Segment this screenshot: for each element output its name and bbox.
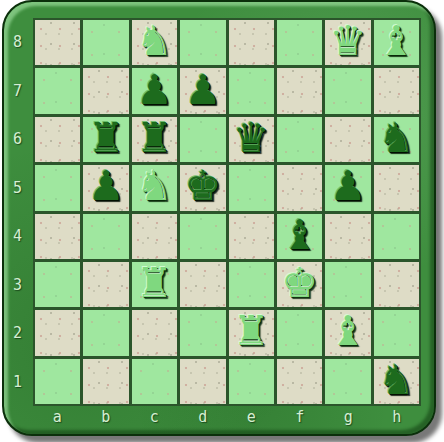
square-e3[interactable]	[229, 262, 274, 307]
square-c5[interactable]: ♞	[132, 165, 177, 210]
square-g8[interactable]: ♛	[325, 20, 370, 65]
black-king[interactable]: ♚	[184, 166, 221, 207]
square-d5[interactable]: ♚	[180, 165, 225, 210]
square-h8[interactable]: ♝	[374, 20, 419, 65]
square-c6[interactable]: ♜	[132, 117, 177, 162]
board: ♞♛♝♟♟♜♜♛♞♟♞♚♟♝♜♚♜♝♞	[33, 18, 421, 406]
square-f3[interactable]: ♚	[277, 262, 322, 307]
black-knight[interactable]: ♞	[378, 118, 415, 159]
rank-label-5: 5	[3, 164, 32, 213]
square-a8[interactable]	[35, 20, 80, 65]
square-c1[interactable]	[132, 359, 177, 404]
square-b4[interactable]	[83, 214, 128, 259]
black-rook[interactable]: ♜	[88, 118, 125, 159]
rank-label-8: 8	[3, 18, 32, 67]
square-b5[interactable]: ♟	[83, 165, 128, 210]
file-label-b: b	[82, 403, 131, 431]
chess-app: 87654321 ♞♛♝♟♟♜♜♛♞♟♞♚♟♝♜♚♜♝♞ abcdefgh	[0, 0, 444, 442]
square-e5[interactable]	[229, 165, 274, 210]
rank-labels: 87654321	[3, 18, 32, 406]
black-pawn[interactable]: ♟	[330, 166, 367, 207]
square-a7[interactable]	[35, 68, 80, 113]
rank-label-4: 4	[3, 212, 32, 261]
square-f2[interactable]	[277, 310, 322, 355]
square-g1[interactable]	[325, 359, 370, 404]
square-g4[interactable]	[325, 214, 370, 259]
square-b8[interactable]	[83, 20, 128, 65]
square-f8[interactable]	[277, 20, 322, 65]
square-f6[interactable]	[277, 117, 322, 162]
square-h5[interactable]	[374, 165, 419, 210]
square-e4[interactable]	[229, 214, 274, 259]
square-h3[interactable]	[374, 262, 419, 307]
square-a4[interactable]	[35, 214, 80, 259]
square-b3[interactable]	[83, 262, 128, 307]
square-e7[interactable]	[229, 68, 274, 113]
square-g6[interactable]	[325, 117, 370, 162]
white-rook[interactable]: ♜	[233, 311, 270, 352]
square-f5[interactable]	[277, 165, 322, 210]
black-pawn[interactable]: ♟	[136, 70, 173, 111]
square-a3[interactable]	[35, 262, 80, 307]
black-rook[interactable]: ♜	[136, 118, 173, 159]
square-h2[interactable]	[374, 310, 419, 355]
white-bishop[interactable]: ♝	[378, 21, 415, 62]
square-d2[interactable]	[180, 310, 225, 355]
white-king[interactable]: ♚	[281, 263, 318, 304]
file-label-f: f	[276, 403, 325, 431]
rank-label-6: 6	[3, 115, 32, 164]
square-e2[interactable]: ♜	[229, 310, 274, 355]
square-e6[interactable]: ♛	[229, 117, 274, 162]
file-labels: abcdefgh	[33, 403, 421, 431]
black-queen[interactable]: ♛	[233, 118, 270, 159]
square-d4[interactable]	[180, 214, 225, 259]
rank-label-2: 2	[3, 309, 32, 358]
black-pawn[interactable]: ♟	[88, 166, 125, 207]
square-a5[interactable]	[35, 165, 80, 210]
square-f4[interactable]: ♝	[277, 214, 322, 259]
square-c3[interactable]: ♜	[132, 262, 177, 307]
square-d7[interactable]: ♟	[180, 68, 225, 113]
square-c2[interactable]	[132, 310, 177, 355]
rank-label-7: 7	[3, 67, 32, 116]
black-pawn[interactable]: ♟	[184, 70, 221, 111]
white-bishop[interactable]: ♝	[330, 311, 367, 352]
square-f7[interactable]	[277, 68, 322, 113]
square-d6[interactable]	[180, 117, 225, 162]
square-d1[interactable]	[180, 359, 225, 404]
file-label-g: g	[324, 403, 373, 431]
square-h6[interactable]: ♞	[374, 117, 419, 162]
square-h7[interactable]	[374, 68, 419, 113]
square-g3[interactable]	[325, 262, 370, 307]
square-b7[interactable]	[83, 68, 128, 113]
black-bishop[interactable]: ♝	[281, 215, 318, 256]
white-rook[interactable]: ♜	[136, 263, 173, 304]
square-f1[interactable]	[277, 359, 322, 404]
file-label-e: e	[227, 403, 276, 431]
square-g7[interactable]	[325, 68, 370, 113]
white-queen[interactable]: ♛	[330, 21, 367, 62]
file-label-c: c	[130, 403, 179, 431]
rank-label-3: 3	[3, 261, 32, 310]
white-knight[interactable]: ♞	[136, 21, 173, 62]
square-c8[interactable]: ♞	[132, 20, 177, 65]
file-label-a: a	[33, 403, 82, 431]
black-knight[interactable]: ♞	[378, 360, 415, 401]
square-a2[interactable]	[35, 310, 80, 355]
square-h1[interactable]: ♞	[374, 359, 419, 404]
square-g2[interactable]: ♝	[325, 310, 370, 355]
white-knight[interactable]: ♞	[136, 166, 173, 207]
square-a1[interactable]	[35, 359, 80, 404]
file-label-h: h	[373, 403, 422, 431]
square-b2[interactable]	[83, 310, 128, 355]
square-b1[interactable]	[83, 359, 128, 404]
square-c4[interactable]	[132, 214, 177, 259]
square-d3[interactable]	[180, 262, 225, 307]
square-h4[interactable]	[374, 214, 419, 259]
rank-label-1: 1	[3, 358, 32, 407]
square-a6[interactable]	[35, 117, 80, 162]
file-label-d: d	[179, 403, 228, 431]
square-e8[interactable]	[229, 20, 274, 65]
square-e1[interactable]	[229, 359, 274, 404]
square-b6[interactable]: ♜	[83, 117, 128, 162]
square-d8[interactable]	[180, 20, 225, 65]
square-g5[interactable]: ♟	[325, 165, 370, 210]
square-c7[interactable]: ♟	[132, 68, 177, 113]
